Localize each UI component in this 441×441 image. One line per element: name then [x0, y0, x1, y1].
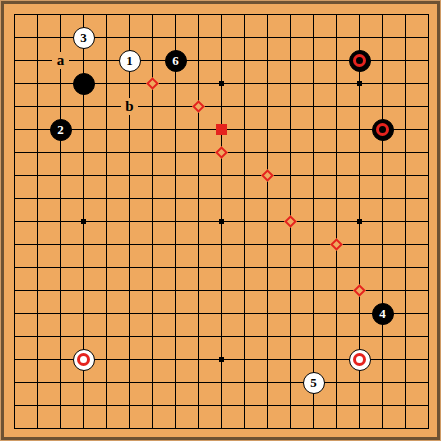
- label-a: a: [52, 52, 69, 69]
- stone-number: 6: [172, 54, 179, 67]
- black-stone: [73, 73, 95, 95]
- black-stone-circled: [349, 50, 371, 72]
- star-point: [219, 357, 224, 362]
- label-b: b: [121, 98, 138, 115]
- black-stone-circled: [372, 119, 394, 141]
- red-circle-marker: [376, 123, 389, 136]
- star-point: [81, 219, 86, 224]
- stone-number: 1: [126, 54, 133, 67]
- star-point: [357, 219, 362, 224]
- red-circle-marker: [77, 353, 90, 366]
- black-stone-6: 6: [165, 50, 187, 72]
- star-point: [357, 81, 362, 86]
- black-stone-2: 2: [50, 119, 72, 141]
- white-stone-3: 3: [73, 27, 95, 49]
- stone-number: 2: [57, 123, 64, 136]
- star-point: [219, 81, 224, 86]
- white-stone-1: 1: [119, 50, 141, 72]
- stone-number: 3: [80, 31, 87, 44]
- white-stone-circled: [73, 349, 95, 371]
- go-board: 316245ab: [0, 0, 441, 441]
- white-stone-5: 5: [303, 372, 325, 394]
- red-circle-marker: [353, 54, 366, 67]
- red-circle-marker: [353, 353, 366, 366]
- star-point: [219, 219, 224, 224]
- black-stone-4: 4: [372, 303, 394, 325]
- white-stone-circled: [349, 349, 371, 371]
- stone-number: 4: [379, 307, 386, 320]
- stone-number: 5: [310, 376, 317, 389]
- red-square-marker: [216, 124, 227, 135]
